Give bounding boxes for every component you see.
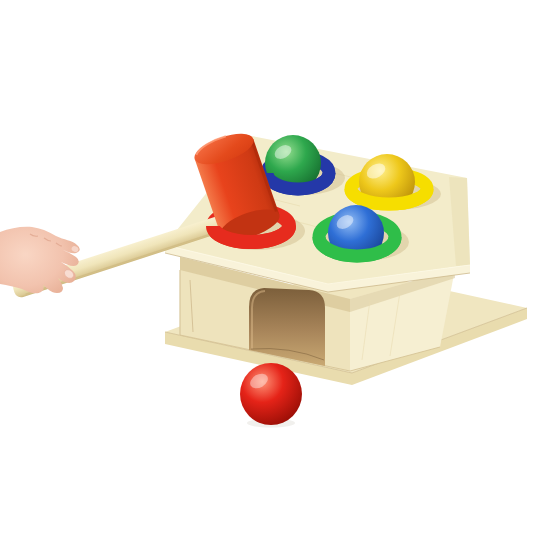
toy-scene bbox=[0, 0, 533, 533]
red-ball-floor bbox=[240, 363, 302, 428]
toy-photo bbox=[0, 0, 533, 533]
red-ball bbox=[240, 363, 302, 425]
baby-hand bbox=[0, 227, 80, 293]
hand-silhouette bbox=[0, 227, 80, 293]
hole-back-left bbox=[261, 135, 345, 195]
